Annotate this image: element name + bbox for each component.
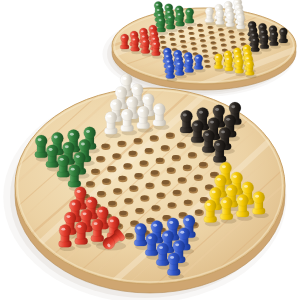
hole-r5c17[interactable]	[166, 133, 175, 139]
hole-r5c17[interactable]	[239, 33, 245, 36]
hole-r10c18[interactable]	[189, 187, 198, 193]
hole-r7c17[interactable]	[172, 155, 181, 161]
hole-r6c10[interactable]	[198, 29, 204, 32]
hole-r6c8[interactable]	[188, 27, 194, 30]
hole-r12c18[interactable]	[195, 209, 204, 215]
hole-r13c9[interactable]	[125, 233, 134, 239]
hole-r10c6[interactable]	[160, 41, 166, 44]
hole-r8c10[interactable]	[118, 176, 127, 182]
scene-svg	[0, 0, 300, 300]
hole-r8c6[interactable]	[86, 181, 95, 187]
hole-r5c15[interactable]	[150, 135, 159, 141]
hole-r7c15[interactable]	[220, 38, 226, 41]
hole-r7c7[interactable]	[178, 30, 184, 33]
hole-r7c11[interactable]	[123, 163, 132, 169]
hole-r6c18[interactable]	[240, 38, 246, 41]
hole-r6c10[interactable]	[112, 153, 121, 159]
hole-r8c18[interactable]	[183, 165, 192, 171]
hole-r8c8[interactable]	[179, 35, 185, 38]
hole-r7c7[interactable]	[91, 169, 100, 175]
hole-r7c11[interactable]	[199, 34, 205, 37]
hole-r10c10[interactable]	[124, 198, 133, 204]
hole-r6c16[interactable]	[161, 145, 170, 151]
hole-r8c12[interactable]	[134, 173, 143, 179]
hole-r10c14[interactable]	[202, 50, 208, 53]
hole-r9c9[interactable]	[180, 40, 186, 43]
hole-r5c11[interactable]	[207, 26, 213, 29]
hole-r13c17[interactable]	[205, 65, 211, 68]
hole-r9c13[interactable]	[201, 44, 207, 47]
hole-r11c15[interactable]	[203, 55, 209, 58]
hole-r9c7[interactable]	[170, 38, 176, 41]
hole-r9c5[interactable]	[159, 36, 165, 39]
hole-r9c9[interactable]	[113, 188, 122, 194]
hole-r8c8[interactable]	[102, 178, 111, 184]
hole-r12c16[interactable]	[204, 60, 210, 63]
hole-r10c12[interactable]	[140, 195, 149, 201]
hole-r7c15[interactable]	[156, 158, 165, 164]
hole-r8c14[interactable]	[210, 41, 216, 44]
hole-r6c12[interactable]	[208, 31, 214, 34]
hole-r7c13[interactable]	[209, 36, 215, 39]
hole-r5c11[interactable]	[117, 141, 126, 147]
hole-r9c19[interactable]	[194, 175, 203, 181]
hole-r10c10[interactable]	[181, 45, 187, 48]
hole-r10c12[interactable]	[192, 47, 198, 50]
hole-r11c13[interactable]	[151, 205, 160, 211]
hole-r5c15[interactable]	[228, 30, 234, 33]
hole-r6c8[interactable]	[96, 156, 105, 162]
hole-r8c12[interactable]	[200, 39, 206, 42]
hole-r9c11[interactable]	[129, 186, 138, 192]
hole-r9c17[interactable]	[178, 177, 187, 183]
hole-r10c16[interactable]	[173, 190, 182, 196]
hole-r11c17[interactable]	[184, 200, 193, 206]
hole-r9c15[interactable]	[162, 180, 171, 186]
hole-r9c7[interactable]	[97, 191, 106, 197]
hole-r8c20[interactable]	[199, 162, 208, 168]
hole-r8c14[interactable]	[150, 170, 159, 176]
hole-r6c18[interactable]	[177, 142, 186, 148]
hole-r11c15[interactable]	[167, 202, 176, 208]
hole-r9c13[interactable]	[145, 183, 154, 189]
hole-r6c12[interactable]	[128, 151, 137, 157]
hole-r11c11[interactable]	[135, 208, 144, 214]
hole-r7c17[interactable]	[230, 41, 236, 44]
hole-r8c10[interactable]	[190, 37, 196, 40]
hole-r5c13[interactable]	[134, 138, 143, 144]
hole-r10c8[interactable]	[108, 201, 117, 207]
hole-r7c9[interactable]	[189, 32, 195, 35]
hole-r5c9[interactable]	[101, 144, 110, 150]
hole-r9c15[interactable]	[211, 47, 217, 50]
product-photo	[0, 0, 300, 300]
hole-r5c9[interactable]	[197, 24, 203, 27]
hole-r7c9[interactable]	[107, 166, 116, 172]
hole-r11c9[interactable]	[119, 211, 128, 217]
hole-r8c16[interactable]	[221, 44, 227, 47]
hole-r6c14[interactable]	[219, 33, 225, 36]
hole-r8c16[interactable]	[167, 168, 176, 174]
hole-r7c19[interactable]	[188, 152, 197, 158]
hole-r6c14[interactable]	[145, 148, 154, 154]
hole-r6c16[interactable]	[229, 35, 235, 38]
hole-r10c14[interactable]	[156, 193, 165, 199]
hole-r9c11[interactable]	[191, 42, 197, 45]
hole-r5c13[interactable]	[218, 28, 224, 31]
hole-r8c6[interactable]	[169, 33, 175, 36]
hole-r10c8[interactable]	[171, 43, 177, 46]
hole-r7c13[interactable]	[139, 160, 148, 166]
